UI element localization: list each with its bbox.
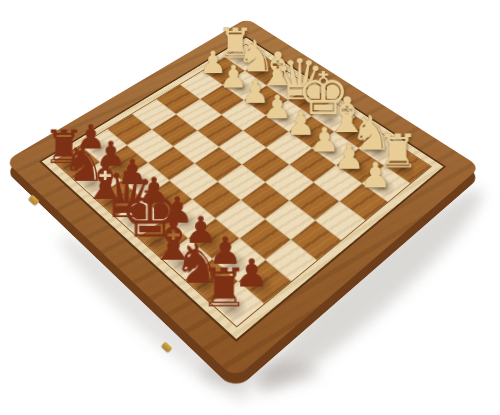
square-a8: ♜ (211, 281, 264, 325)
black-rook-piece: ♜ (177, 260, 271, 314)
chess-set-photo: ♜♞♝♛♚♝♞♜♟♟♟♟♟♟♟♟♟♟♟♟♟♟♟♟♜♞♝♛♚♝♞♜ (0, 0, 500, 415)
border-inlay: ♜♞♝♛♚♝♞♜♟♟♟♟♟♟♟♟♟♟♟♟♟♟♟♟♜♞♝♛♚♝♞♜ (39, 36, 446, 342)
white-pawn-piece: ♟ (334, 157, 417, 192)
square-e4 (220, 131, 265, 163)
board-frame: ♜♞♝♛♚♝♞♜♟♟♟♟♟♟♟♟♟♟♟♟♟♟♟♟♜♞♝♛♚♝♞♜ (5, 18, 480, 378)
chess-board: ♜♞♝♛♚♝♞♜♟♟♟♟♟♟♟♟♟♟♟♟♟♟♟♟♜♞♝♛♚♝♞♜ (5, 18, 480, 378)
board-grid: ♜♞♝♛♚♝♞♜♟♟♟♟♟♟♟♟♟♟♟♟♟♟♟♟♜♞♝♛♚♝♞♜ (53, 43, 432, 326)
scene: ♜♞♝♛♚♝♞♜♟♟♟♟♟♟♟♟♟♟♟♟♟♟♟♟♜♞♝♛♚♝♞♜ (0, 0, 500, 415)
